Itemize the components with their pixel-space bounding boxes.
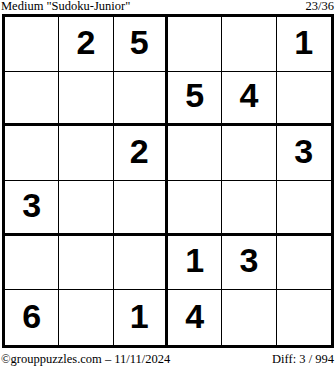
cell-r4c5[interactable]	[222, 181, 276, 236]
cell-r4c4[interactable]	[168, 181, 222, 236]
cell-r1c3[interactable]: 5	[114, 17, 168, 72]
cell-r5c3[interactable]	[114, 236, 168, 291]
cell-r2c4[interactable]: 5	[168, 72, 222, 127]
cell-r1c4[interactable]	[168, 17, 222, 72]
cell-r6c6[interactable]	[277, 290, 331, 345]
cell-r1c5[interactable]	[222, 17, 276, 72]
cell-r2c1[interactable]	[5, 72, 59, 127]
cell-r3c6[interactable]: 3	[277, 126, 331, 181]
copyright-text: ©grouppuzzles.com – 11/11/2024	[1, 353, 170, 366]
cell-r2c6[interactable]	[277, 72, 331, 127]
cell-r6c1[interactable]: 6	[5, 290, 59, 345]
cell-r3c5[interactable]	[222, 126, 276, 181]
cell-r3c4[interactable]	[168, 126, 222, 181]
header: Medium "Sudoku-Junior" 23/36	[0, 0, 336, 14]
difficulty-text: Diff: 3 / 994	[272, 353, 334, 366]
cell-r4c1[interactable]: 3	[5, 181, 59, 236]
cell-r5c6[interactable]	[277, 236, 331, 291]
cell-r1c1[interactable]	[5, 17, 59, 72]
footer: ©grouppuzzles.com – 11/11/2024 Diff: 3 /…	[0, 348, 336, 370]
cell-r3c3[interactable]: 2	[114, 126, 168, 181]
cell-r5c4[interactable]: 1	[168, 236, 222, 291]
cell-r2c3[interactable]	[114, 72, 168, 127]
cell-r6c4[interactable]: 4	[168, 290, 222, 345]
cell-r5c1[interactable]	[5, 236, 59, 291]
cell-r6c5[interactable]	[222, 290, 276, 345]
cell-r5c2[interactable]	[59, 236, 113, 291]
cell-r2c5[interactable]: 4	[222, 72, 276, 127]
puzzle-title: Medium "Sudoku-Junior"	[1, 0, 130, 13]
cell-r6c3[interactable]: 1	[114, 290, 168, 345]
cell-r3c1[interactable]	[5, 126, 59, 181]
cell-r4c3[interactable]	[114, 181, 168, 236]
cell-r3c2[interactable]	[59, 126, 113, 181]
cell-r1c2[interactable]: 2	[59, 17, 113, 72]
cell-r2c2[interactable]	[59, 72, 113, 127]
cell-r6c2[interactable]	[59, 290, 113, 345]
cell-r5c5[interactable]: 3	[222, 236, 276, 291]
cell-r4c2[interactable]	[59, 181, 113, 236]
puzzle-progress: 23/36	[306, 0, 334, 13]
sudoku-grid: 2515423313614	[2, 14, 334, 348]
cell-r4c6[interactable]	[277, 181, 331, 236]
cell-r1c6[interactable]: 1	[277, 17, 331, 72]
